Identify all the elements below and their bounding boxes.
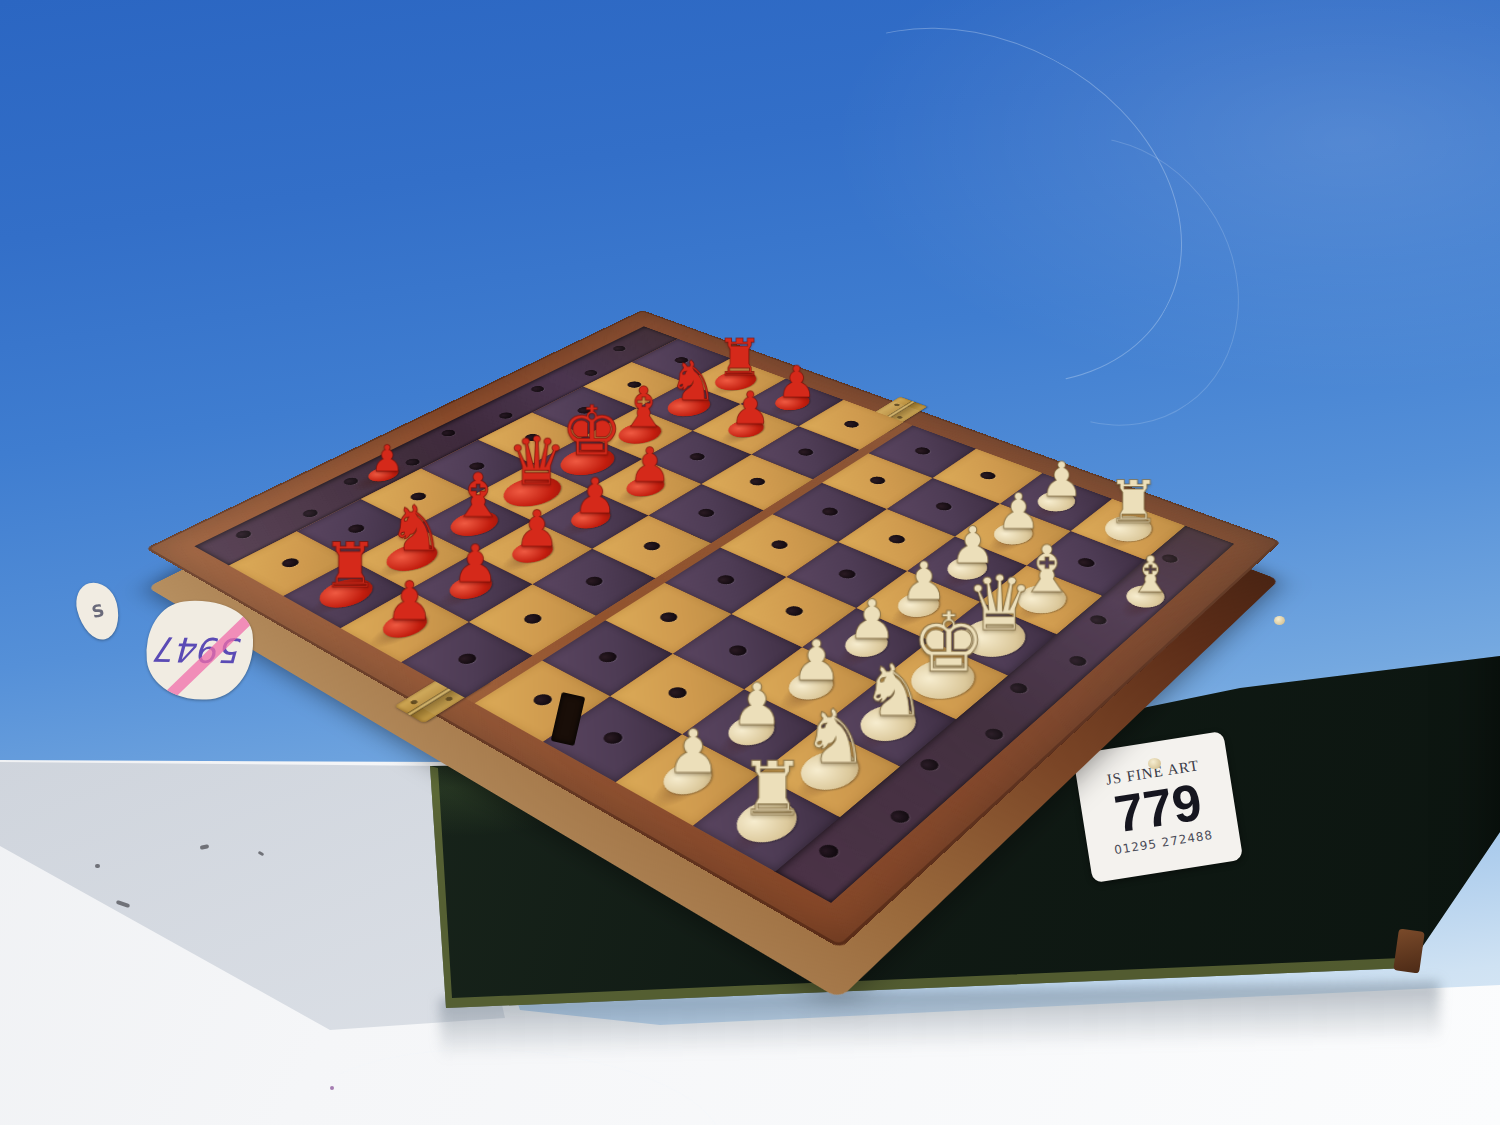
peg-hole bbox=[912, 446, 932, 456]
rail-storage-hole bbox=[300, 508, 321, 519]
peg-hole bbox=[521, 612, 545, 626]
auction-lot-label: JS FINE ART 779 01295 272488 bbox=[1073, 731, 1243, 883]
square-f7-r4 bbox=[869, 425, 977, 478]
peg-hole bbox=[695, 507, 717, 518]
peg-hole bbox=[782, 604, 806, 617]
photograph-stage: JS FINE ART 779 01295 272488 ♜♞♝♛♚♝♞♜♟♟♟… bbox=[0, 0, 1500, 1125]
peg-hole bbox=[714, 573, 737, 586]
rail-storage-hole bbox=[439, 429, 458, 438]
rail-storage-hole bbox=[233, 529, 254, 540]
peg-hole bbox=[657, 610, 681, 624]
rail-storage-hole bbox=[611, 345, 629, 353]
peg-hole bbox=[455, 652, 480, 666]
peg-hole bbox=[747, 476, 768, 487]
white-rook-glyph: ♜ bbox=[1074, 474, 1192, 530]
rail-storage-hole bbox=[1087, 614, 1109, 627]
peg-hole bbox=[886, 533, 908, 545]
red-pawn-glyph: ♟ bbox=[696, 388, 804, 431]
peg-hole bbox=[819, 506, 841, 517]
peg-hole bbox=[842, 419, 862, 429]
rail-storage-hole bbox=[815, 842, 842, 860]
rail-storage-hole bbox=[1066, 654, 1089, 668]
bone-inlay-dot bbox=[1274, 616, 1285, 625]
rail-storage-hole bbox=[982, 727, 1006, 742]
dust-speck bbox=[330, 1086, 334, 1090]
peg-hole bbox=[836, 568, 859, 581]
white-rook-glyph: ♜ bbox=[698, 753, 848, 824]
rail-storage-hole bbox=[1007, 681, 1031, 695]
rail-storage-hole bbox=[528, 385, 546, 393]
peg-hole bbox=[796, 447, 817, 457]
peg-hole bbox=[726, 643, 751, 657]
peg-hole bbox=[595, 650, 620, 664]
rail-storage-hole bbox=[496, 411, 515, 420]
rail-storage-hole bbox=[582, 369, 600, 377]
peg-hole bbox=[768, 539, 790, 551]
peg-hole bbox=[641, 540, 664, 552]
red-pawn-glyph: ♟ bbox=[345, 576, 474, 627]
peg-hole bbox=[977, 470, 998, 481]
rail-storage-hole bbox=[917, 757, 942, 773]
peg-hole bbox=[530, 692, 556, 707]
bone-inlay-dot bbox=[1148, 758, 1161, 769]
peg-hole bbox=[583, 575, 606, 588]
peg-hole bbox=[867, 475, 888, 486]
dust-speck bbox=[95, 864, 100, 868]
rail-storage-hole bbox=[887, 808, 913, 825]
peg-hole bbox=[933, 501, 955, 512]
small-sticker-text: S bbox=[90, 600, 107, 622]
